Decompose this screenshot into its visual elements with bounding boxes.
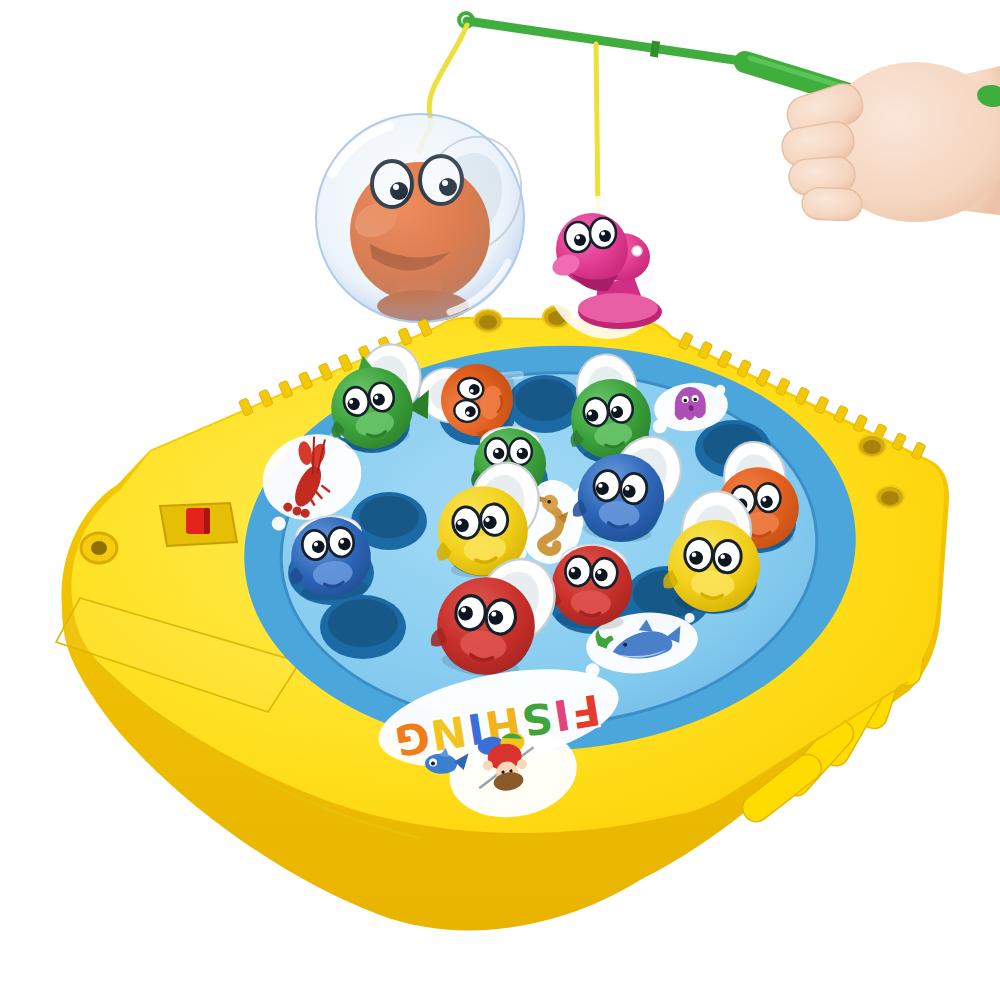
scene-canvas: FISHING bbox=[0, 0, 1000, 1000]
toy-fishing-game-scene: FISHING bbox=[0, 0, 1000, 1000]
rod-joint bbox=[650, 41, 660, 58]
fish-pink-caught[interactable] bbox=[544, 195, 672, 339]
orange-fish-in-bubble bbox=[316, 114, 536, 326]
fishing-rod[interactable] bbox=[459, 13, 872, 101]
finger-4 bbox=[801, 187, 862, 221]
bubble-glass bbox=[316, 114, 524, 322]
fishing-line-pink bbox=[596, 44, 598, 212]
caught-pink-fish[interactable] bbox=[544, 44, 672, 339]
rod-shaft bbox=[467, 21, 748, 62]
bubble-with-orange-fish bbox=[316, 25, 536, 326]
